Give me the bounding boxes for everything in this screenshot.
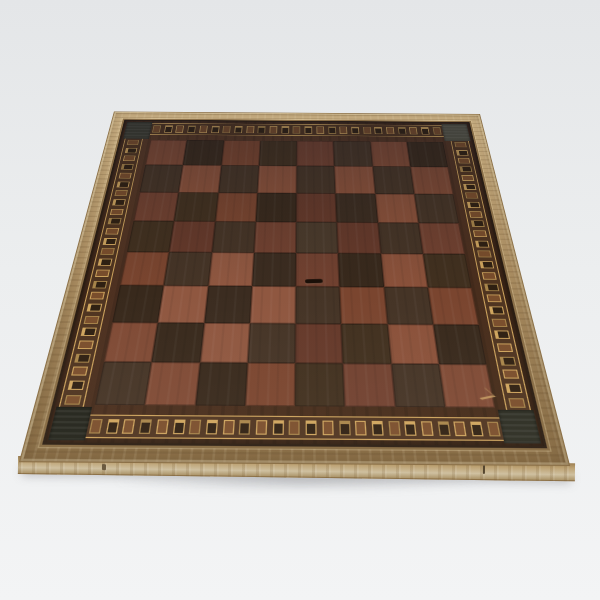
inlay-square-motif — [386, 127, 395, 134]
inlay-band-bottom — [84, 415, 505, 441]
board-square[interactable] — [252, 253, 296, 287]
inlay-square-motif — [117, 181, 130, 187]
inlay-square-motif — [64, 395, 82, 405]
inlay-square-motif — [89, 292, 104, 300]
inlay-square-motif — [505, 384, 522, 393]
board-square[interactable] — [112, 285, 164, 322]
inlay-square-motif — [316, 126, 324, 133]
board-square[interactable] — [296, 193, 337, 222]
inlay-square-motif — [477, 251, 492, 258]
game-board — [19, 112, 570, 467]
inlay-square-motif — [187, 126, 196, 133]
board-square[interactable] — [410, 167, 453, 194]
board-square[interactable] — [296, 287, 342, 324]
inlay-square-motif — [176, 125, 185, 132]
board-square[interactable] — [343, 363, 395, 407]
inlay-square-motif — [152, 125, 161, 132]
inlay-square-motif — [100, 248, 115, 255]
inlay-square-motif — [98, 259, 113, 266]
board-square[interactable] — [254, 222, 296, 253]
inlay-square-motif — [189, 420, 201, 435]
board-square[interactable] — [218, 166, 259, 193]
board-square[interactable] — [204, 286, 252, 323]
inlay-square-motif — [281, 126, 289, 133]
inlay-square-motif — [78, 341, 94, 350]
corner-block-bottom-left — [48, 407, 92, 441]
inlay-square-motif — [502, 370, 519, 379]
corner-block-top-right — [441, 124, 470, 141]
inlay-square-motif — [409, 127, 418, 134]
inlay-square-motif — [484, 283, 499, 291]
inlay-square-motif — [355, 421, 367, 436]
inlay-square-motif — [114, 190, 127, 196]
board-square[interactable] — [428, 288, 479, 325]
board-square[interactable] — [391, 364, 445, 408]
inlay-square-motif — [119, 173, 132, 179]
inlay-square-motif — [492, 318, 508, 326]
inlay-square-motif — [456, 150, 469, 155]
inlay-square-motif — [463, 184, 476, 190]
inlay-square-motif — [372, 421, 384, 436]
inlay-square-motif — [467, 202, 481, 208]
inlay-square-motif — [479, 261, 494, 268]
board-square[interactable] — [215, 192, 257, 221]
inlay-square-motif — [103, 238, 117, 245]
inlay-square-motif — [84, 316, 100, 324]
inlay-square-motif — [508, 398, 525, 408]
inlay-square-motif — [256, 420, 267, 435]
board-square[interactable] — [414, 194, 459, 223]
inlay-square-motif — [239, 420, 251, 435]
inlay-square-motif — [246, 126, 254, 133]
inlay-square-motif — [121, 164, 134, 170]
board-square[interactable] — [295, 363, 345, 407]
inlay-square-motif — [322, 421, 333, 436]
inlay-square-motif — [127, 140, 140, 145]
board-square[interactable] — [334, 166, 374, 193]
inlay-square-motif — [305, 126, 313, 133]
board-square[interactable] — [340, 287, 387, 324]
inlay-square-motif — [351, 127, 359, 134]
board-square[interactable] — [407, 142, 448, 167]
board-square[interactable] — [208, 252, 254, 286]
board-square[interactable] — [195, 362, 248, 406]
front-slit — [483, 465, 485, 474]
board-square[interactable] — [145, 362, 200, 406]
board-square[interactable] — [127, 221, 174, 252]
board-square[interactable] — [259, 141, 297, 166]
inlay-square-motif — [405, 421, 417, 436]
inlay-square-motif — [497, 343, 513, 352]
front-notch — [102, 464, 106, 470]
board-square[interactable] — [169, 221, 215, 252]
board-square[interactable] — [256, 193, 297, 222]
inlay-square-motif — [199, 126, 208, 133]
inlay-square-motif — [339, 421, 350, 436]
inlay-square-motif — [81, 328, 97, 336]
board-square[interactable] — [433, 324, 487, 364]
inlay-square-motif — [340, 127, 348, 134]
inlay-square-motif — [156, 419, 169, 434]
board-square[interactable] — [95, 362, 152, 406]
inlay-square-motif — [95, 269, 110, 276]
inlay-square-motif — [68, 381, 85, 390]
inlay-band-top — [149, 123, 445, 137]
board-square[interactable] — [423, 254, 472, 288]
board-square[interactable] — [338, 253, 383, 287]
board-square[interactable] — [245, 363, 295, 407]
board-square[interactable] — [164, 252, 212, 286]
board-square[interactable] — [378, 222, 423, 253]
board-square[interactable] — [179, 165, 221, 192]
board-square[interactable] — [336, 193, 378, 222]
inlay-square-motif — [105, 228, 119, 235]
corner-block-top-left — [123, 122, 152, 139]
photo-backdrop — [0, 0, 600, 600]
board-square[interactable] — [387, 324, 439, 364]
board-square[interactable] — [200, 323, 250, 363]
inlay-square-motif — [306, 420, 317, 435]
inlay-square-motif — [437, 421, 450, 436]
inlay-square-motif — [206, 420, 218, 435]
board-square[interactable] — [250, 286, 296, 323]
inlay-square-motif — [471, 221, 485, 227]
board-square[interactable] — [296, 166, 335, 193]
inlay-square-motif — [470, 422, 483, 437]
board-square[interactable] — [134, 192, 179, 221]
board-square[interactable] — [212, 221, 256, 252]
board-square[interactable] — [296, 222, 338, 253]
inlay-square-motif — [106, 419, 120, 434]
inlay-square-motif — [487, 295, 502, 303]
board-square[interactable] — [145, 140, 187, 165]
inlay-square-motif — [222, 126, 230, 133]
inlay-square-motif — [459, 166, 472, 172]
board-square[interactable] — [333, 141, 372, 166]
inlay-square-motif — [458, 158, 471, 164]
inlay-square-motif — [374, 127, 382, 134]
inlay-square-motif — [92, 281, 107, 289]
board-square[interactable] — [295, 323, 343, 363]
board-square[interactable] — [337, 222, 381, 253]
inlay-square-motif — [112, 199, 126, 205]
board-square[interactable] — [183, 140, 224, 165]
board-square[interactable] — [221, 140, 260, 165]
inlay-square-motif — [363, 127, 371, 134]
inlay-square-motif — [234, 126, 242, 133]
inlay-square-motif — [122, 419, 135, 434]
board-square[interactable] — [384, 287, 433, 324]
board-square[interactable] — [375, 193, 418, 222]
inlay-square-motif — [289, 420, 300, 435]
inlay-square-motif — [164, 125, 173, 132]
inlay-square-motif — [421, 127, 430, 134]
board-square[interactable] — [439, 364, 495, 408]
board-square[interactable] — [370, 141, 410, 166]
inlay-square-motif — [454, 422, 467, 437]
inlay-square-motif — [461, 175, 474, 181]
inlay-square-motif — [269, 126, 277, 133]
inlay-square-motif — [125, 148, 138, 153]
inlay-square-motif — [432, 127, 441, 134]
inlay-square-motif — [139, 419, 152, 434]
board-surface — [42, 120, 547, 449]
inlay-square-motif — [475, 240, 489, 247]
inlay-square-motif — [487, 422, 501, 437]
inlay-square-motif — [87, 304, 103, 312]
damage-slot — [305, 279, 323, 283]
board-square[interactable] — [104, 322, 158, 362]
inlay-square-motif — [500, 357, 517, 366]
board-frame — [19, 112, 570, 467]
board-square[interactable] — [297, 141, 335, 166]
inlay-square-motif — [398, 127, 407, 134]
board-square[interactable] — [257, 166, 296, 193]
board-square[interactable] — [247, 323, 295, 363]
inlay-square-motif — [71, 367, 88, 376]
board-square[interactable] — [418, 223, 465, 254]
inlay-square-motif — [108, 218, 122, 224]
inlay-square-motif — [473, 230, 487, 237]
inlay-square-motif — [469, 211, 483, 217]
inlay-square-motif — [482, 272, 497, 279]
inlay-square-motif — [89, 419, 103, 434]
board-square[interactable] — [140, 165, 183, 192]
inlay-square-motif — [388, 421, 400, 436]
corner-block-bottom-right — [498, 410, 541, 444]
inlay-square-motif — [211, 126, 220, 133]
board-square[interactable] — [372, 167, 414, 194]
inlay-square-motif — [293, 126, 301, 133]
inlay-square-motif — [494, 331, 510, 339]
board-square[interactable] — [380, 254, 427, 288]
board-square[interactable] — [174, 192, 218, 221]
inlay-square-motif — [172, 420, 185, 435]
inlay-square-motif — [258, 126, 266, 133]
inlay-square-motif — [465, 193, 478, 199]
checkerboard-grid — [95, 140, 495, 408]
inlay-square-motif — [74, 354, 91, 363]
board-square[interactable] — [158, 286, 208, 323]
board-square[interactable] — [120, 252, 169, 286]
inlay-square-motif — [123, 156, 136, 162]
board-square[interactable] — [152, 322, 204, 362]
inlay-square-motif — [272, 420, 283, 435]
inlay-square-motif — [110, 209, 124, 215]
inlay-square-motif — [489, 306, 505, 314]
board-square[interactable] — [341, 323, 391, 363]
inlay-square-motif — [328, 127, 336, 134]
inlay-square-motif — [421, 421, 434, 436]
inlay-square-motif — [222, 420, 234, 435]
inlay-square-motif — [454, 142, 466, 147]
